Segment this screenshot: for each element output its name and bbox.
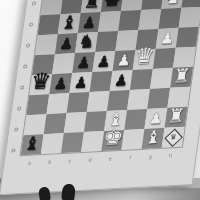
logo-diamond-icon: ♛ (164, 128, 183, 146)
square-h7 (179, 7, 200, 28)
file-label-b: b (39, 157, 60, 166)
square-h5 (173, 47, 196, 68)
grommet-hole (23, 65, 28, 69)
grommet-hole (14, 128, 19, 132)
grommet-hole (17, 107, 22, 111)
grommet-hole (32, 2, 37, 6)
file-label-f: f (120, 153, 141, 162)
board-logo: ♛ (163, 128, 184, 147)
crown-icon: ♛ (170, 134, 177, 141)
file-label-c: c (59, 156, 80, 165)
file-label-d: d (79, 155, 100, 164)
captured-black-pawn (61, 183, 76, 200)
chess-board: abcdefgh chess ♛ ♜♚♞♝♟♟♞♟♟♟♟♛♛♟♟♟♜♝♟♜♝♚♝ (0, 0, 200, 195)
grommet-hole (29, 23, 34, 27)
grommet-hole (20, 86, 25, 90)
photo-scene: abcdefgh chess ♛ ♜♚♞♝♟♟♞♟♟♟♟♛♛♟♟♟♜♝♟♜♝♚♝ (0, 0, 200, 200)
file-label-h: h (160, 151, 181, 160)
square-h2 (165, 107, 188, 128)
square-h4 (170, 67, 193, 88)
file-label-e: e (100, 154, 121, 163)
square-h6 (176, 27, 199, 48)
square-h3 (167, 87, 190, 108)
file-label-a: a (19, 158, 40, 167)
file-label-g: g (140, 152, 161, 161)
grommet-hole (26, 44, 31, 48)
table-edge-shadow (130, 188, 200, 200)
grommet-hole (11, 149, 16, 153)
